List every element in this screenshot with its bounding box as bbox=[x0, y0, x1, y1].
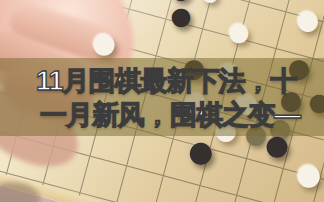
white-stone: ● bbox=[223, 15, 255, 47]
black-stone: ● bbox=[182, 131, 220, 169]
white-stone: ● bbox=[291, 2, 324, 36]
white-stone: ● bbox=[86, 24, 122, 60]
black-stone: ● bbox=[166, 0, 196, 5]
title-line-1: 11月围棋最新下法，十 bbox=[36, 64, 324, 98]
white-stone: ● bbox=[197, 0, 223, 5]
video-title: 11月围棋最新下法，十 一月新风，围棋之变— bbox=[0, 64, 324, 132]
black-stone: ● bbox=[165, 0, 197, 31]
white-stone: ● bbox=[290, 154, 324, 192]
title-line-2: 一月新风，围棋之变— bbox=[40, 98, 324, 132]
go-photo-thumbnail: ●●●●●●●●●●●●●●●●●●● 11月围棋最新下法，十 一月新风，围棋之… bbox=[0, 0, 324, 202]
